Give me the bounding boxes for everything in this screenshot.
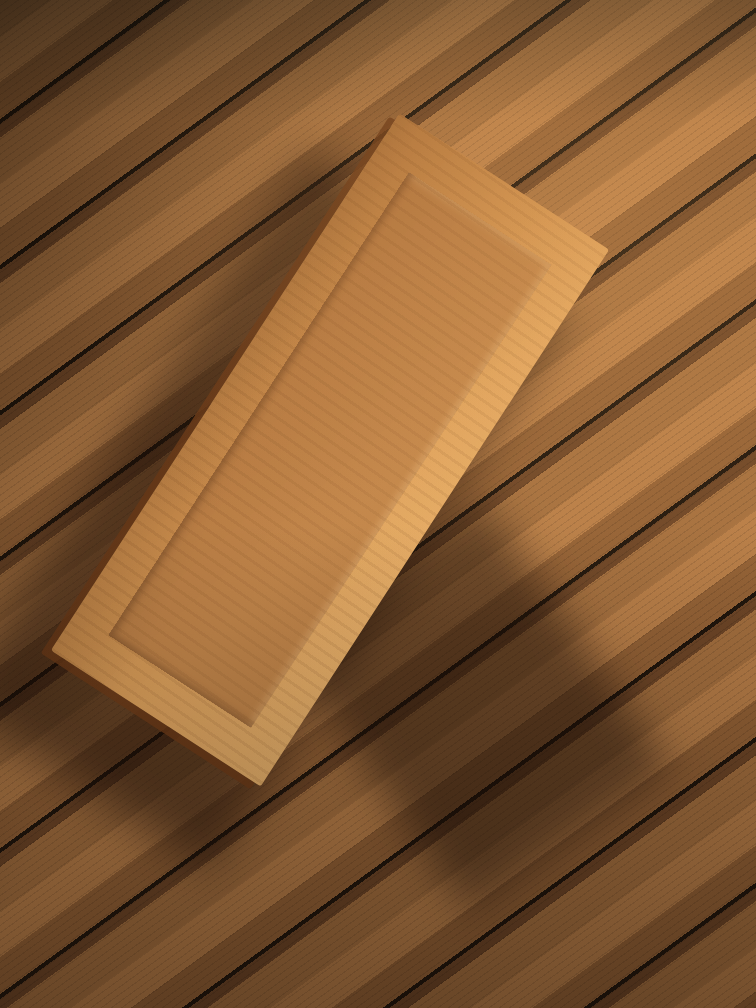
photo-stage [0, 0, 756, 1008]
